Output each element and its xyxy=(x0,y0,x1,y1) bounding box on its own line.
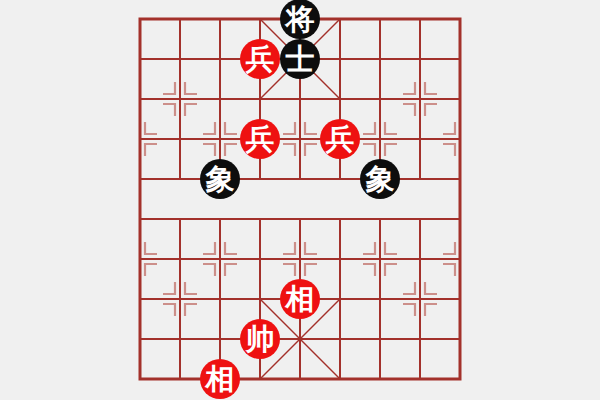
piece-black-general[interactable]: 将 xyxy=(280,0,320,39)
piece-black-advisor[interactable]: 士 xyxy=(280,39,320,79)
piece-red-elephant-1[interactable]: 相 xyxy=(280,279,320,319)
piece-red-soldier-2[interactable]: 兵 xyxy=(240,119,280,159)
piece-black-elephant-2[interactable]: 象 xyxy=(360,159,400,199)
xiangqi-board: 将兵士兵兵象象相帅相 xyxy=(0,0,600,400)
piece-red-general[interactable]: 帅 xyxy=(240,319,280,359)
piece-red-soldier-3[interactable]: 兵 xyxy=(320,119,360,159)
piece-red-soldier-1[interactable]: 兵 xyxy=(240,39,280,79)
pieces-layer: 将兵士兵兵象象相帅相 xyxy=(120,0,480,399)
piece-red-elephant-2[interactable]: 相 xyxy=(200,359,240,399)
piece-black-elephant-1[interactable]: 象 xyxy=(200,159,240,199)
